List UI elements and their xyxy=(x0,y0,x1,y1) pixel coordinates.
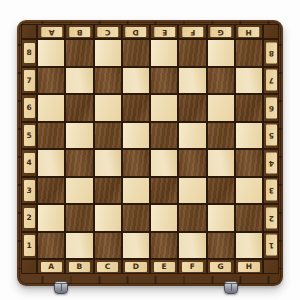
file-label-bottom-f: F xyxy=(179,260,205,273)
rank-label-right-2: 2 xyxy=(264,205,278,231)
file-label-bottom-a: A xyxy=(38,260,64,273)
file-label-top-a: A xyxy=(38,25,64,38)
frame-corner xyxy=(22,260,36,273)
square-a2 xyxy=(38,205,64,231)
file-label-top-e: E xyxy=(151,25,177,38)
file-label-text: E xyxy=(154,262,175,272)
file-label-text: C xyxy=(97,262,118,272)
square-c3 xyxy=(95,178,121,204)
rank-label-left-2: 2 xyxy=(22,205,36,231)
rank-label-text: 1 xyxy=(24,235,35,256)
file-label-bottom-c: C xyxy=(95,260,121,273)
file-label-bottom-b: B xyxy=(66,260,92,273)
rank-label-right-5: 5 xyxy=(264,123,278,149)
frame-tick-marks-right xyxy=(279,24,282,275)
square-f4 xyxy=(179,150,205,176)
rank-label-text: 7 xyxy=(24,70,35,91)
rank-label-left-8: 8 xyxy=(22,40,36,66)
square-d7 xyxy=(123,68,149,94)
square-a7 xyxy=(38,68,64,94)
photo-stage: ABCDEFGH8877665544332211ABCDEFGH xyxy=(0,0,300,300)
square-c7 xyxy=(95,68,121,94)
square-e5 xyxy=(151,123,177,149)
square-e4 xyxy=(151,150,177,176)
square-g2 xyxy=(208,205,234,231)
frame-corner xyxy=(264,25,278,38)
frame-corner xyxy=(264,260,278,273)
file-label-bottom-g: G xyxy=(208,260,234,273)
file-label-text: F xyxy=(182,262,203,272)
rank-label-text: 6 xyxy=(24,98,35,119)
file-label-top-g: G xyxy=(208,25,234,38)
rank-label-right-4: 4 xyxy=(264,150,278,176)
square-b6 xyxy=(66,95,92,121)
file-label-text: G xyxy=(210,27,231,37)
file-label-text: H xyxy=(238,262,259,272)
hinge-right-icon xyxy=(224,281,238,294)
file-label-text: G xyxy=(210,262,231,272)
square-g5 xyxy=(208,123,234,149)
square-d4 xyxy=(123,150,149,176)
rank-label-text: 1 xyxy=(266,235,277,256)
rank-label-right-3: 3 xyxy=(264,178,278,204)
file-label-top-c: C xyxy=(95,25,121,38)
square-e8 xyxy=(151,40,177,66)
square-g8 xyxy=(208,40,234,66)
square-a8 xyxy=(38,40,64,66)
file-label-top-d: D xyxy=(123,25,149,38)
square-c2 xyxy=(95,205,121,231)
square-f3 xyxy=(179,178,205,204)
square-g4 xyxy=(208,150,234,176)
square-g6 xyxy=(208,95,234,121)
rank-label-left-5: 5 xyxy=(22,123,36,149)
square-e2 xyxy=(151,205,177,231)
file-label-text: A xyxy=(41,262,62,272)
rank-label-left-3: 3 xyxy=(22,178,36,204)
square-b3 xyxy=(66,178,92,204)
file-label-top-b: B xyxy=(66,25,92,38)
rank-label-text: 5 xyxy=(266,125,277,146)
square-g7 xyxy=(208,68,234,94)
rank-label-right-6: 6 xyxy=(264,95,278,121)
square-c1 xyxy=(95,233,121,259)
file-label-text: A xyxy=(41,27,62,37)
file-label-text: F xyxy=(182,27,203,37)
square-g3 xyxy=(208,178,234,204)
rank-label-right-1: 1 xyxy=(264,233,278,259)
square-c6 xyxy=(95,95,121,121)
rank-label-text: 3 xyxy=(24,180,35,201)
square-g1 xyxy=(208,233,234,259)
square-a5 xyxy=(38,123,64,149)
frame-corner xyxy=(22,25,36,38)
square-b1 xyxy=(66,233,92,259)
file-label-top-f: F xyxy=(179,25,205,38)
square-h8 xyxy=(236,40,262,66)
square-b8 xyxy=(66,40,92,66)
rank-label-text: 5 xyxy=(24,125,35,146)
rank-label-text: 3 xyxy=(266,180,277,201)
rank-label-text: 4 xyxy=(24,153,35,174)
square-a3 xyxy=(38,178,64,204)
square-a4 xyxy=(38,150,64,176)
square-d6 xyxy=(123,95,149,121)
file-label-bottom-h: H xyxy=(236,260,262,273)
square-e7 xyxy=(151,68,177,94)
square-d3 xyxy=(123,178,149,204)
rank-label-text: 6 xyxy=(266,98,277,119)
square-f8 xyxy=(179,40,205,66)
hinge-left-icon xyxy=(54,281,68,294)
square-h1 xyxy=(236,233,262,259)
file-label-bottom-d: D xyxy=(123,260,149,273)
square-f6 xyxy=(179,95,205,121)
file-label-text: D xyxy=(125,27,146,37)
square-h7 xyxy=(236,68,262,94)
rank-label-text: 8 xyxy=(24,43,35,64)
chess-board: ABCDEFGH8877665544332211ABCDEFGH xyxy=(17,20,283,286)
file-label-text: E xyxy=(154,27,175,37)
board-grid: ABCDEFGH8877665544332211ABCDEFGH xyxy=(21,24,279,274)
square-e3 xyxy=(151,178,177,204)
file-label-bottom-e: E xyxy=(151,260,177,273)
rank-label-text: 8 xyxy=(266,43,277,64)
file-label-text: B xyxy=(69,27,90,37)
square-c8 xyxy=(95,40,121,66)
square-e1 xyxy=(151,233,177,259)
square-h6 xyxy=(236,95,262,121)
file-label-top-h: H xyxy=(236,25,262,38)
file-label-text: C xyxy=(97,27,118,37)
square-h5 xyxy=(236,123,262,149)
file-label-text: H xyxy=(238,27,259,37)
square-f1 xyxy=(179,233,205,259)
rank-label-right-7: 7 xyxy=(264,68,278,94)
rank-label-left-1: 1 xyxy=(22,233,36,259)
square-d2 xyxy=(123,205,149,231)
square-d5 xyxy=(123,123,149,149)
square-b7 xyxy=(66,68,92,94)
square-d8 xyxy=(123,40,149,66)
rank-label-left-6: 6 xyxy=(22,95,36,121)
square-b4 xyxy=(66,150,92,176)
square-h2 xyxy=(236,205,262,231)
file-label-text: B xyxy=(69,262,90,272)
square-b5 xyxy=(66,123,92,149)
rank-label-left-4: 4 xyxy=(22,150,36,176)
square-f2 xyxy=(179,205,205,231)
file-label-text: D xyxy=(125,262,146,272)
square-d1 xyxy=(123,233,149,259)
square-e6 xyxy=(151,95,177,121)
square-c4 xyxy=(95,150,121,176)
square-a6 xyxy=(38,95,64,121)
square-h3 xyxy=(236,178,262,204)
rank-label-left-7: 7 xyxy=(22,68,36,94)
square-h4 xyxy=(236,150,262,176)
square-a1 xyxy=(38,233,64,259)
rank-label-text: 4 xyxy=(266,153,277,174)
rank-label-text: 7 xyxy=(266,70,277,91)
rank-label-text: 2 xyxy=(266,208,277,229)
square-c5 xyxy=(95,123,121,149)
rank-label-right-8: 8 xyxy=(264,40,278,66)
square-f5 xyxy=(179,123,205,149)
square-b2 xyxy=(66,205,92,231)
square-f7 xyxy=(179,68,205,94)
rank-label-text: 2 xyxy=(24,208,35,229)
